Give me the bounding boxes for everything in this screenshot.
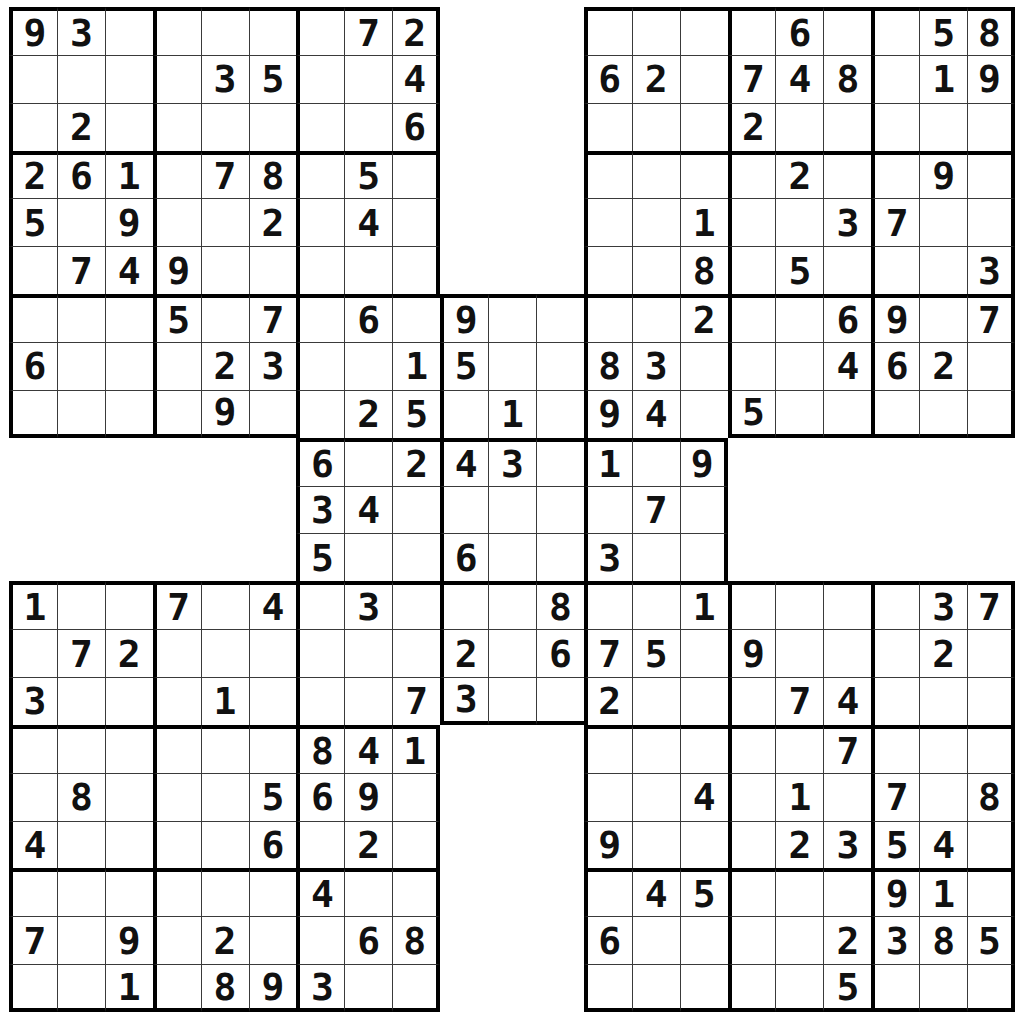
cell-r3c20[interactable] (919, 103, 967, 151)
cell-r18c3[interactable] (105, 821, 153, 869)
cell-r17c20[interactable] (919, 773, 967, 821)
cell-r12c14[interactable] (632, 533, 680, 581)
cell-r5c9[interactable] (392, 198, 440, 246)
cell-r6c18[interactable] (823, 246, 871, 294)
void-region (201, 438, 249, 486)
cell-r11c9[interactable] (392, 486, 440, 534)
cell-r9c4[interactable] (153, 390, 201, 438)
cell-r18c16[interactable] (728, 821, 776, 869)
cell-r14c18[interactable] (823, 629, 871, 677)
cell-r7c17[interactable] (775, 294, 823, 342)
cell-r8c5: 2 (201, 342, 249, 390)
cell-r3c21[interactable] (967, 103, 1015, 151)
cell-r9c12[interactable] (536, 390, 584, 438)
cell-r8c15[interactable] (680, 342, 728, 390)
cell-r21c15[interactable] (680, 964, 728, 1012)
cell-r16c3[interactable] (105, 725, 153, 773)
cell-r4c15[interactable] (680, 151, 728, 199)
cell-r13c11[interactable] (488, 581, 536, 629)
cell-r12c11[interactable] (488, 533, 536, 581)
cell-r6c9[interactable] (392, 246, 440, 294)
cell-r7c4: 5 (153, 294, 201, 342)
cell-r4c4[interactable] (153, 151, 201, 199)
void-region (105, 533, 153, 581)
cell-r6c20[interactable] (919, 246, 967, 294)
cell-r21c8[interactable] (344, 964, 392, 1012)
cell-r17c9[interactable] (392, 773, 440, 821)
cell-r9c19[interactable] (871, 390, 919, 438)
cell-r6c6[interactable] (249, 246, 297, 294)
cell-r10c8[interactable] (344, 438, 392, 486)
cell-r17c16[interactable] (728, 773, 776, 821)
cell-r16c17[interactable] (775, 725, 823, 773)
cell-r19c13[interactable] (584, 868, 632, 916)
cell-r17c13[interactable] (584, 773, 632, 821)
cell-r9c1[interactable] (9, 390, 57, 438)
cell-r1c8: 7 (344, 7, 392, 55)
cell-r9c17[interactable] (775, 390, 823, 438)
void-region (201, 486, 249, 534)
cell-r2c21: 9 (967, 55, 1015, 103)
cell-r19c6[interactable] (249, 868, 297, 916)
cell-r21c1[interactable] (9, 964, 57, 1012)
cell-r6c1[interactable] (9, 246, 57, 294)
cell-r9c7[interactable] (296, 390, 344, 438)
cell-r1c7[interactable] (296, 7, 344, 55)
cell-r7c20[interactable] (919, 294, 967, 342)
cell-r14c6[interactable] (249, 629, 297, 677)
cell-r14c21[interactable] (967, 629, 1015, 677)
cell-r14c1[interactable] (9, 629, 57, 677)
cell-r21c17[interactable] (775, 964, 823, 1012)
cell-r1c19[interactable] (871, 7, 919, 55)
cell-r13c3[interactable] (105, 581, 153, 629)
cell-r17c5[interactable] (201, 773, 249, 821)
cell-r8c20: 2 (919, 342, 967, 390)
cell-r1c5[interactable] (201, 7, 249, 55)
cell-r15c4[interactable] (153, 677, 201, 725)
cell-r9c16: 5 (728, 390, 776, 438)
cell-r7c14[interactable] (632, 294, 680, 342)
cell-r17c15: 4 (680, 773, 728, 821)
cell-r16c1[interactable] (9, 725, 57, 773)
cell-r21c2[interactable] (57, 964, 105, 1012)
cell-r12c15[interactable] (680, 533, 728, 581)
cell-r7c13[interactable] (584, 294, 632, 342)
cell-r11c10[interactable] (440, 486, 488, 534)
cell-r9c2[interactable] (57, 390, 105, 438)
cell-r3c7[interactable] (296, 103, 344, 151)
cell-r7c7[interactable] (296, 294, 344, 342)
cell-r5c18: 3 (823, 198, 871, 246)
void-region (440, 151, 488, 199)
cell-r16c5[interactable] (201, 725, 249, 773)
cell-r13c4: 7 (153, 581, 201, 629)
cell-r19c18[interactable] (823, 868, 871, 916)
cell-r7c9[interactable] (392, 294, 440, 342)
cell-r5c21[interactable] (967, 198, 1015, 246)
void-region (775, 486, 823, 534)
cell-r7c11[interactable] (488, 294, 536, 342)
cell-r16c16[interactable] (728, 725, 776, 773)
cell-r3c5[interactable] (201, 103, 249, 151)
cell-r19c1[interactable] (9, 868, 57, 916)
cell-r15c1: 3 (9, 677, 57, 725)
cell-r2c2[interactable] (57, 55, 105, 103)
cell-r20c19: 3 (871, 916, 919, 964)
cell-r2c3[interactable] (105, 55, 153, 103)
cell-r2c14: 2 (632, 55, 680, 103)
cell-r13c19[interactable] (871, 581, 919, 629)
cell-r6c4: 9 (153, 246, 201, 294)
cell-r20c13: 6 (584, 916, 632, 964)
cell-r1c14[interactable] (632, 7, 680, 55)
cell-r5c20[interactable] (919, 198, 967, 246)
cell-r12c12[interactable] (536, 533, 584, 581)
cell-r8c18: 4 (823, 342, 871, 390)
cell-r20c2[interactable] (57, 916, 105, 964)
cell-r17c3[interactable] (105, 773, 153, 821)
cell-r21c20[interactable] (919, 964, 967, 1012)
cell-r8c1: 6 (9, 342, 57, 390)
cell-r9c10[interactable] (440, 390, 488, 438)
cell-r13c18[interactable] (823, 581, 871, 629)
cell-r5c4[interactable] (153, 198, 201, 246)
cell-r9c6[interactable] (249, 390, 297, 438)
cell-r19c3[interactable] (105, 868, 153, 916)
cell-r17c18[interactable] (823, 773, 871, 821)
void-region (153, 486, 201, 534)
cell-r14c15[interactable] (680, 629, 728, 677)
cell-r3c9: 6 (392, 103, 440, 151)
cell-r3c15[interactable] (680, 103, 728, 151)
cell-r20c14[interactable] (632, 916, 680, 964)
cell-r20c17[interactable] (775, 916, 823, 964)
cell-r8c12[interactable] (536, 342, 584, 390)
cell-r13c21: 7 (967, 581, 1015, 629)
cell-r13c14[interactable] (632, 581, 680, 629)
cell-r16c21[interactable] (967, 725, 1015, 773)
void-region (967, 438, 1015, 486)
cell-r15c7[interactable] (296, 677, 344, 725)
cell-r21c14[interactable] (632, 964, 680, 1012)
cell-r14c9[interactable] (392, 629, 440, 677)
cell-r1c15[interactable] (680, 7, 728, 55)
cell-r21c16[interactable] (728, 964, 776, 1012)
cell-r11c12[interactable] (536, 486, 584, 534)
void-region (249, 486, 297, 534)
cell-r4c9[interactable] (392, 151, 440, 199)
cell-r21c21[interactable] (967, 964, 1015, 1012)
cell-r13c10[interactable] (440, 581, 488, 629)
cell-r9c15[interactable] (680, 390, 728, 438)
cell-r18c15[interactable] (680, 821, 728, 869)
cell-r8c4[interactable] (153, 342, 201, 390)
cell-r16c14[interactable] (632, 725, 680, 773)
cell-r3c13[interactable] (584, 103, 632, 151)
cell-r1c6[interactable] (249, 7, 297, 55)
cell-r13c9[interactable] (392, 581, 440, 629)
cell-r6c7[interactable] (296, 246, 344, 294)
cell-r4c2: 6 (57, 151, 105, 199)
cell-r1c13[interactable] (584, 7, 632, 55)
void-region (823, 533, 871, 581)
cell-r9c20[interactable] (919, 390, 967, 438)
cell-r18c7[interactable] (296, 821, 344, 869)
cell-r8c11[interactable] (488, 342, 536, 390)
cell-r1c16[interactable] (728, 7, 776, 55)
cell-r14c5[interactable] (201, 629, 249, 677)
cell-r21c13[interactable] (584, 964, 632, 1012)
cell-r13c5[interactable] (201, 581, 249, 629)
cell-r19c5[interactable] (201, 868, 249, 916)
cell-r17c4[interactable] (153, 773, 201, 821)
cell-r19c16[interactable] (728, 868, 776, 916)
cell-r14c8[interactable] (344, 629, 392, 677)
cell-r5c7[interactable] (296, 198, 344, 246)
cell-r2c9: 4 (392, 55, 440, 103)
cell-r2c8[interactable] (344, 55, 392, 103)
cell-r18c2[interactable] (57, 821, 105, 869)
cell-r14c7[interactable] (296, 629, 344, 677)
cell-r8c3[interactable] (105, 342, 153, 390)
void-region (57, 533, 105, 581)
cell-r18c21[interactable] (967, 821, 1015, 869)
cell-r3c18[interactable] (823, 103, 871, 151)
cell-r20c16[interactable] (728, 916, 776, 964)
cell-r7c3[interactable] (105, 294, 153, 342)
cell-r15c19[interactable] (871, 677, 919, 725)
cell-r15c8[interactable] (344, 677, 392, 725)
cell-r7c2[interactable] (57, 294, 105, 342)
cell-r7c12[interactable] (536, 294, 584, 342)
cell-r13c17[interactable] (775, 581, 823, 629)
cell-r15c14[interactable] (632, 677, 680, 725)
cell-r3c3[interactable] (105, 103, 153, 151)
cell-r7c10: 9 (440, 294, 488, 342)
cell-r16c18: 7 (823, 725, 871, 773)
cell-r12c9[interactable] (392, 533, 440, 581)
cell-r6c8[interactable] (344, 246, 392, 294)
cell-r14c19[interactable] (871, 629, 919, 677)
cell-r16c7: 8 (296, 725, 344, 773)
cell-r8c7[interactable] (296, 342, 344, 390)
cell-r6c21: 3 (967, 246, 1015, 294)
cell-r1c18[interactable] (823, 7, 871, 55)
cell-r20c5: 2 (201, 916, 249, 964)
void-region (536, 773, 584, 821)
cell-r18c5[interactable] (201, 821, 249, 869)
cell-r5c14[interactable] (632, 198, 680, 246)
cell-r2c1[interactable] (9, 55, 57, 103)
void-region (488, 916, 536, 964)
cell-r2c16: 7 (728, 55, 776, 103)
void-region (536, 55, 584, 103)
cell-r20c4[interactable] (153, 916, 201, 964)
cell-r11c15[interactable] (680, 486, 728, 534)
cell-r8c16[interactable] (728, 342, 776, 390)
cell-r14c11[interactable] (488, 629, 536, 677)
cell-r4c19[interactable] (871, 151, 919, 199)
void-region (57, 486, 105, 534)
cell-r6c19[interactable] (871, 246, 919, 294)
void-region (488, 103, 536, 151)
cell-r6c3: 4 (105, 246, 153, 294)
cell-r8c8[interactable] (344, 342, 392, 390)
cell-r8c2[interactable] (57, 342, 105, 390)
cell-r11c11[interactable] (488, 486, 536, 534)
cell-r6c14[interactable] (632, 246, 680, 294)
cell-r3c17[interactable] (775, 103, 823, 151)
cell-r13c2[interactable] (57, 581, 105, 629)
cell-r20c15[interactable] (680, 916, 728, 964)
cell-r4c18[interactable] (823, 151, 871, 199)
cell-r6c5[interactable] (201, 246, 249, 294)
cell-r17c14[interactable] (632, 773, 680, 821)
cell-r8c21[interactable] (967, 342, 1015, 390)
cell-r15c15[interactable] (680, 677, 728, 725)
void-region (488, 821, 536, 869)
cell-r3c4[interactable] (153, 103, 201, 151)
cell-r21c4[interactable] (153, 964, 201, 1012)
void-region (9, 486, 57, 534)
cell-r15c11[interactable] (488, 677, 536, 725)
cell-r4c16[interactable] (728, 151, 776, 199)
cell-r13c1: 1 (9, 581, 57, 629)
cell-r7c1[interactable] (9, 294, 57, 342)
cell-r19c2[interactable] (57, 868, 105, 916)
cell-r19c9[interactable] (392, 868, 440, 916)
cell-r2c15[interactable] (680, 55, 728, 103)
cell-r14c4[interactable] (153, 629, 201, 677)
cell-r3c6[interactable] (249, 103, 297, 151)
cell-r6c17: 5 (775, 246, 823, 294)
cell-r2c19[interactable] (871, 55, 919, 103)
cell-r20c6[interactable] (249, 916, 297, 964)
cell-r18c4[interactable] (153, 821, 201, 869)
cell-r19c21[interactable] (967, 868, 1015, 916)
cell-r3c8[interactable] (344, 103, 392, 151)
cell-r15c6[interactable] (249, 677, 297, 725)
cell-r6c16[interactable] (728, 246, 776, 294)
cell-r12c10: 6 (440, 533, 488, 581)
cell-r17c1[interactable] (9, 773, 57, 821)
cell-r5c5[interactable] (201, 198, 249, 246)
cell-r10c12[interactable] (536, 438, 584, 486)
cell-r4c21[interactable] (967, 151, 1015, 199)
void-region (153, 438, 201, 486)
cell-r3c1[interactable] (9, 103, 57, 151)
void-region (536, 246, 584, 294)
void-region (967, 486, 1015, 534)
cell-r9c3[interactable] (105, 390, 153, 438)
cell-r17c17: 1 (775, 773, 823, 821)
cell-r13c6: 4 (249, 581, 297, 629)
void-region (249, 438, 297, 486)
cell-r5c16[interactable] (728, 198, 776, 246)
cell-r19c8[interactable] (344, 868, 392, 916)
void-region (728, 438, 776, 486)
cell-r16c9: 1 (392, 725, 440, 773)
cell-r3c14[interactable] (632, 103, 680, 151)
cell-r16c2[interactable] (57, 725, 105, 773)
cell-r15c3[interactable] (105, 677, 153, 725)
cell-r1c3[interactable] (105, 7, 153, 55)
cell-r5c2[interactable] (57, 198, 105, 246)
cell-r14c10: 2 (440, 629, 488, 677)
cell-r16c4[interactable] (153, 725, 201, 773)
cell-r7c5[interactable] (201, 294, 249, 342)
cell-r7c16[interactable] (728, 294, 776, 342)
cell-r18c14[interactable] (632, 821, 680, 869)
cell-r13c13[interactable] (584, 581, 632, 629)
cell-r16c20[interactable] (919, 725, 967, 773)
cell-r9c5: 9 (201, 390, 249, 438)
cell-r15c2[interactable] (57, 677, 105, 725)
void-region (728, 486, 776, 534)
cell-r4c14[interactable] (632, 151, 680, 199)
cell-r13c16[interactable] (728, 581, 776, 629)
void-region (536, 964, 584, 1012)
cell-r21c19[interactable] (871, 964, 919, 1012)
cell-r15c20[interactable] (919, 677, 967, 725)
cell-r4c13[interactable] (584, 151, 632, 199)
cell-r6c13[interactable] (584, 246, 632, 294)
cell-r20c7[interactable] (296, 916, 344, 964)
cell-r9c21[interactable] (967, 390, 1015, 438)
void-region (775, 438, 823, 486)
void-region (728, 533, 776, 581)
cell-r19c4[interactable] (153, 868, 201, 916)
cell-r10c14[interactable] (632, 438, 680, 486)
cell-r9c18[interactable] (823, 390, 871, 438)
cell-r15c21[interactable] (967, 677, 1015, 725)
cell-r6c2: 7 (57, 246, 105, 294)
cell-r8c17[interactable] (775, 342, 823, 390)
void-region (440, 773, 488, 821)
cell-r2c4[interactable] (153, 55, 201, 103)
cell-r17c6: 5 (249, 773, 297, 821)
cell-r3c19[interactable] (871, 103, 919, 151)
cell-r2c7[interactable] (296, 55, 344, 103)
cell-r21c9[interactable] (392, 964, 440, 1012)
cell-r13c7[interactable] (296, 581, 344, 629)
cell-r10c10: 4 (440, 438, 488, 486)
void-region (440, 916, 488, 964)
cell-r5c17[interactable] (775, 198, 823, 246)
cell-r14c17[interactable] (775, 629, 823, 677)
cell-r16c13[interactable] (584, 725, 632, 773)
cell-r18c20: 4 (919, 821, 967, 869)
cell-r16c15[interactable] (680, 725, 728, 773)
cell-r15c13: 2 (584, 677, 632, 725)
cell-r8c10: 5 (440, 342, 488, 390)
cell-r1c4[interactable] (153, 7, 201, 55)
cell-r4c7[interactable] (296, 151, 344, 199)
cell-r4c17: 2 (775, 151, 823, 199)
cell-r18c9[interactable] (392, 821, 440, 869)
cell-r21c5: 8 (201, 964, 249, 1012)
cell-r19c17[interactable] (775, 868, 823, 916)
cell-r16c6[interactable] (249, 725, 297, 773)
cell-r11c13[interactable] (584, 486, 632, 534)
cell-r16c19[interactable] (871, 725, 919, 773)
cell-r15c16[interactable] (728, 677, 776, 725)
cell-r1c20: 5 (919, 7, 967, 55)
cell-r15c12[interactable] (536, 677, 584, 725)
cell-r12c8[interactable] (344, 533, 392, 581)
cell-r5c13[interactable] (584, 198, 632, 246)
